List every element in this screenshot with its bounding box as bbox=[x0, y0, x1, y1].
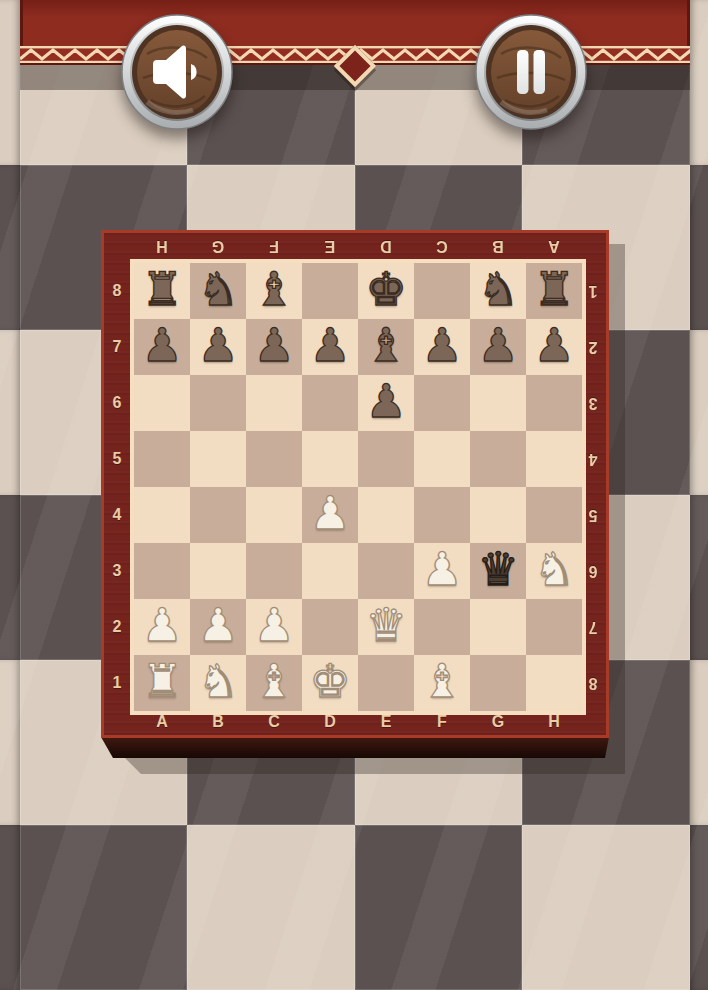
coordinate-label: B bbox=[190, 712, 246, 732]
coordinate-label: G bbox=[470, 712, 526, 732]
square-c1[interactable]: ♝ bbox=[246, 655, 302, 711]
coordinate-label: 1 bbox=[106, 655, 128, 711]
board-inner-border: ♜♞♝♚♞♜♟♟♟♟♝♟♟♟♟♟♟♛♞♟♟♟♛♜♞♝♚♝ bbox=[130, 259, 586, 715]
coordinate-label: 3 bbox=[106, 543, 128, 599]
square-f7[interactable]: ♟ bbox=[414, 319, 470, 375]
file-labels-top: HGFEDCBA bbox=[134, 235, 582, 257]
piece-white-pawn: ♟ bbox=[414, 541, 470, 597]
square-e7[interactable]: ♝ bbox=[358, 319, 414, 375]
square-a8[interactable]: ♜ bbox=[134, 263, 190, 319]
square-b4[interactable] bbox=[190, 487, 246, 543]
square-c4[interactable] bbox=[246, 487, 302, 543]
background-square bbox=[690, 330, 708, 495]
piece-white-bishop: ♝ bbox=[414, 653, 470, 709]
square-b5[interactable] bbox=[190, 431, 246, 487]
square-d5[interactable] bbox=[302, 431, 358, 487]
square-f2[interactable] bbox=[414, 599, 470, 655]
background-square bbox=[0, 165, 20, 330]
pause-button[interactable] bbox=[475, 14, 587, 130]
piece-white-queen: ♛ bbox=[358, 597, 414, 653]
background-square bbox=[187, 825, 355, 990]
background-square bbox=[0, 495, 20, 660]
piece-white-knight: ♞ bbox=[526, 541, 582, 597]
coordinate-label: A bbox=[134, 712, 190, 732]
piece-black-pawn: ♟ bbox=[470, 317, 526, 373]
piece-white-pawn: ♟ bbox=[190, 597, 246, 653]
square-a1[interactable]: ♜ bbox=[134, 655, 190, 711]
coordinate-label: E bbox=[358, 712, 414, 732]
background-square bbox=[0, 660, 20, 825]
background-square bbox=[355, 825, 522, 990]
piece-white-knight: ♞ bbox=[190, 653, 246, 709]
coordinate-label: A bbox=[526, 235, 582, 257]
coordinate-label: B bbox=[470, 235, 526, 257]
square-e8[interactable]: ♚ bbox=[358, 263, 414, 319]
piece-white-king: ♚ bbox=[302, 653, 358, 709]
piece-black-pawn: ♟ bbox=[190, 317, 246, 373]
square-c6[interactable] bbox=[246, 375, 302, 431]
square-h3[interactable]: ♞ bbox=[526, 543, 582, 599]
piece-white-bishop: ♝ bbox=[246, 653, 302, 709]
square-d1[interactable]: ♚ bbox=[302, 655, 358, 711]
square-f3[interactable]: ♟ bbox=[414, 543, 470, 599]
background-square bbox=[690, 660, 708, 825]
square-g2[interactable] bbox=[470, 599, 526, 655]
square-b2[interactable]: ♟ bbox=[190, 599, 246, 655]
square-b6[interactable] bbox=[190, 375, 246, 431]
piece-black-pawn: ♟ bbox=[358, 373, 414, 429]
square-b3[interactable] bbox=[190, 543, 246, 599]
square-h5[interactable] bbox=[526, 431, 582, 487]
coordinate-label: 4 bbox=[106, 487, 128, 543]
square-e3[interactable] bbox=[358, 543, 414, 599]
square-d4[interactable]: ♟ bbox=[302, 487, 358, 543]
square-e2[interactable]: ♛ bbox=[358, 599, 414, 655]
square-a5[interactable] bbox=[134, 431, 190, 487]
square-d7[interactable]: ♟ bbox=[302, 319, 358, 375]
square-g4[interactable] bbox=[470, 487, 526, 543]
coordinate-label: F bbox=[414, 712, 470, 732]
square-g3[interactable]: ♛ bbox=[470, 543, 526, 599]
square-h4[interactable] bbox=[526, 487, 582, 543]
square-c5[interactable] bbox=[246, 431, 302, 487]
piece-black-bishop: ♝ bbox=[358, 317, 414, 373]
square-h7[interactable]: ♟ bbox=[526, 319, 582, 375]
board-grid: ♜♞♝♚♞♜♟♟♟♟♝♟♟♟♟♟♟♛♞♟♟♟♛♜♞♝♚♝ bbox=[134, 263, 582, 711]
square-f4[interactable] bbox=[414, 487, 470, 543]
background-square bbox=[0, 0, 20, 165]
piece-black-knight: ♞ bbox=[470, 261, 526, 317]
coordinate-label: E bbox=[302, 235, 358, 257]
piece-black-rook: ♜ bbox=[134, 261, 190, 317]
background-square bbox=[20, 825, 187, 990]
square-c2[interactable]: ♟ bbox=[246, 599, 302, 655]
coordinate-label: F bbox=[246, 235, 302, 257]
square-b7[interactable]: ♟ bbox=[190, 319, 246, 375]
piece-white-pawn: ♟ bbox=[134, 597, 190, 653]
piece-black-bishop: ♝ bbox=[246, 261, 302, 317]
coordinate-label: 7 bbox=[106, 319, 128, 375]
piece-black-pawn: ♟ bbox=[414, 317, 470, 373]
background-square bbox=[522, 825, 690, 990]
coordinate-label: C bbox=[414, 235, 470, 257]
square-a4[interactable] bbox=[134, 487, 190, 543]
piece-black-queen: ♛ bbox=[470, 541, 526, 597]
piece-black-rook: ♜ bbox=[526, 261, 582, 317]
square-g8[interactable]: ♞ bbox=[470, 263, 526, 319]
coordinate-label: 6 bbox=[106, 375, 128, 431]
coordinate-label: D bbox=[302, 712, 358, 732]
square-f1[interactable]: ♝ bbox=[414, 655, 470, 711]
background-square bbox=[690, 0, 708, 165]
square-c8[interactable]: ♝ bbox=[246, 263, 302, 319]
square-c7[interactable]: ♟ bbox=[246, 319, 302, 375]
background-square bbox=[0, 825, 20, 990]
piece-black-pawn: ♟ bbox=[134, 317, 190, 373]
square-g5[interactable] bbox=[470, 431, 526, 487]
square-a6[interactable] bbox=[134, 375, 190, 431]
square-c3[interactable] bbox=[246, 543, 302, 599]
piece-black-pawn: ♟ bbox=[526, 317, 582, 373]
game-page: HGFEDCBA ABCDEFGH 87654321 12345678 ♜♞♝♚… bbox=[0, 0, 708, 990]
piece-black-king: ♚ bbox=[358, 261, 414, 317]
piece-white-pawn: ♟ bbox=[302, 485, 358, 541]
background-square bbox=[0, 330, 20, 495]
square-h8[interactable]: ♜ bbox=[526, 263, 582, 319]
coordinate-label: C bbox=[246, 712, 302, 732]
square-f6[interactable] bbox=[414, 375, 470, 431]
file-labels-bottom: ABCDEFGH bbox=[134, 712, 582, 732]
square-a2[interactable]: ♟ bbox=[134, 599, 190, 655]
square-f5[interactable] bbox=[414, 431, 470, 487]
square-h6[interactable] bbox=[526, 375, 582, 431]
square-g7[interactable]: ♟ bbox=[470, 319, 526, 375]
coordinate-label: D bbox=[358, 235, 414, 257]
chess-board: HGFEDCBA ABCDEFGH 87654321 12345678 ♜♞♝♚… bbox=[101, 230, 609, 738]
coordinate-label: 8 bbox=[106, 263, 128, 319]
piece-black-pawn: ♟ bbox=[246, 317, 302, 373]
square-b8[interactable]: ♞ bbox=[190, 263, 246, 319]
coordinate-label: H bbox=[134, 235, 190, 257]
square-d3[interactable] bbox=[302, 543, 358, 599]
square-a3[interactable] bbox=[134, 543, 190, 599]
square-b1[interactable]: ♞ bbox=[190, 655, 246, 711]
coordinate-label: H bbox=[526, 712, 582, 732]
background-square bbox=[690, 165, 708, 330]
square-e4[interactable] bbox=[358, 487, 414, 543]
square-e5[interactable] bbox=[358, 431, 414, 487]
square-h1[interactable] bbox=[526, 655, 582, 711]
board-bottom-edge bbox=[101, 737, 609, 758]
piece-white-pawn: ♟ bbox=[246, 597, 302, 653]
background-square bbox=[690, 495, 708, 660]
square-e1[interactable] bbox=[358, 655, 414, 711]
coordinate-label: G bbox=[190, 235, 246, 257]
piece-black-knight: ♞ bbox=[190, 261, 246, 317]
square-g6[interactable] bbox=[470, 375, 526, 431]
coordinate-label: 2 bbox=[106, 599, 128, 655]
piece-black-pawn: ♟ bbox=[302, 317, 358, 373]
square-h2[interactable] bbox=[526, 599, 582, 655]
square-e6[interactable]: ♟ bbox=[358, 375, 414, 431]
square-f8[interactable] bbox=[414, 263, 470, 319]
background-square bbox=[690, 825, 708, 990]
sound-button[interactable] bbox=[121, 14, 233, 130]
square-g1[interactable] bbox=[470, 655, 526, 711]
square-d6[interactable] bbox=[302, 375, 358, 431]
square-a7[interactable]: ♟ bbox=[134, 319, 190, 375]
rank-labels-left: 87654321 bbox=[106, 263, 128, 711]
coordinate-label: 5 bbox=[106, 431, 128, 487]
square-d8[interactable] bbox=[302, 263, 358, 319]
square-d2[interactable] bbox=[302, 599, 358, 655]
piece-white-rook: ♜ bbox=[134, 653, 190, 709]
board-frame: HGFEDCBA ABCDEFGH 87654321 12345678 ♜♞♝♚… bbox=[101, 230, 609, 738]
